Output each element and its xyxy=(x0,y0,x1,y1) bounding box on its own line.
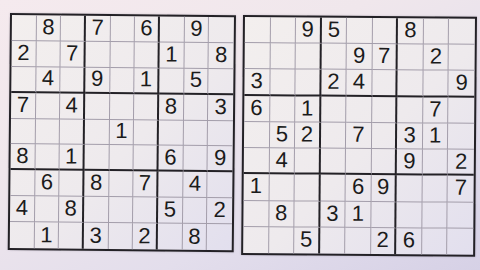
board-right-cell-r8c1 xyxy=(243,201,269,227)
board-right-cell-r2c9 xyxy=(449,45,475,71)
board-right-cell-r7c1: 1 xyxy=(244,174,270,200)
board-left-cell-r9c7 xyxy=(158,224,183,250)
board-left-cell-r1c7 xyxy=(160,16,185,42)
board-left-cell-r9c2: 1 xyxy=(34,222,59,248)
board-left-cell-r9c9 xyxy=(207,224,232,250)
board-right-cell-r2c1 xyxy=(245,43,271,69)
board-right-cell-r4c8: 7 xyxy=(423,97,449,123)
board-right-cell-r1c9 xyxy=(449,19,475,45)
board-right-cell-r2c4 xyxy=(321,44,347,70)
board-left-cell-r9c1 xyxy=(10,222,35,248)
board-right-cell-r2c5: 9 xyxy=(347,44,373,70)
board-right-cell-r8c8 xyxy=(422,202,448,228)
board-left-cell-r1c5 xyxy=(110,16,135,42)
board-right-cell-r1c7: 8 xyxy=(398,18,424,44)
board-left-cell-r2c9: 8 xyxy=(209,43,234,69)
board-right-cell-r9c7: 6 xyxy=(396,228,422,254)
board-left-cell-r4c9: 3 xyxy=(208,95,233,121)
board-left-cell-r3c4: 9 xyxy=(85,67,110,93)
board-left-cell-r8c9: 2 xyxy=(207,198,232,224)
board-right-cell-r8c7 xyxy=(397,202,423,228)
board-left-cell-r9c3 xyxy=(59,223,84,249)
board-left-cell-r5c5: 1 xyxy=(109,120,134,146)
board-left-cell-r3c1 xyxy=(11,67,36,93)
board-left-cell-r3c3 xyxy=(61,67,86,93)
board-left-cell-r1c8: 9 xyxy=(184,17,209,43)
board-left-cell-r8c6 xyxy=(133,197,158,223)
board-right-cell-r3c8 xyxy=(423,71,449,97)
board-left-cell-r1c3 xyxy=(61,15,86,41)
board-left-cell-r5c4 xyxy=(85,119,110,145)
board-right-cell-r7c3 xyxy=(295,175,321,201)
board-right-cell-r8c4: 3 xyxy=(320,201,346,227)
board-right-cell-r3c6 xyxy=(372,70,398,96)
board-left-cell-r2c1: 2 xyxy=(11,41,36,67)
board-left-cell-r8c8 xyxy=(183,198,208,224)
board-right-cell-r7c7 xyxy=(397,176,423,202)
board-right-cell-r6c4 xyxy=(320,149,346,175)
board-right-cell-r3c9: 9 xyxy=(449,71,475,97)
board-left-cell-r3c7 xyxy=(159,68,184,94)
board-right-cell-r8c2: 8 xyxy=(269,201,295,227)
board-right-cell-r1c8 xyxy=(424,18,450,44)
board-right-cell-r1c6 xyxy=(373,18,399,44)
board-right-cell-r1c2 xyxy=(270,17,296,43)
board-left-cell-r4c3: 4 xyxy=(60,93,85,119)
board-right-cell-r6c7: 9 xyxy=(397,149,423,175)
board-right-cell-r3c5: 4 xyxy=(347,70,373,96)
board-right-cell-r7c4 xyxy=(320,175,346,201)
board-left-cell-r4c8 xyxy=(184,94,209,120)
board-left-cell-r9c8: 8 xyxy=(182,224,207,250)
board-right-cell-r2c6: 7 xyxy=(372,44,398,70)
sudoku-board-left: 876927184915748318169687448521328 xyxy=(8,13,236,252)
board-left-cell-r7c1 xyxy=(10,170,35,196)
board-left-cell-r3c5 xyxy=(110,68,135,94)
board-left-cell-r5c6 xyxy=(134,120,159,146)
board-left-cell-r6c1: 8 xyxy=(10,144,35,170)
board-right-cell-r7c8 xyxy=(422,176,448,202)
board-right-cell-r5c1 xyxy=(244,122,270,148)
board-left-cell-r6c9: 9 xyxy=(208,146,233,172)
board-right-cell-r4c6 xyxy=(372,97,398,123)
board-right-cell-r6c8 xyxy=(423,150,449,176)
board-left-cell-r7c2: 6 xyxy=(35,171,60,197)
board-right-cell-r9c9 xyxy=(448,228,474,254)
board-left-cell-r2c3: 7 xyxy=(61,41,86,67)
board-right-cell-r2c7 xyxy=(398,44,424,70)
board-left-cell-r5c9 xyxy=(208,120,233,146)
board-left-cell-r4c7: 8 xyxy=(159,94,184,120)
board-left-cell-r2c5 xyxy=(110,42,135,68)
board-left-cell-r3c8: 5 xyxy=(184,68,209,94)
board-right-cell-r5c4 xyxy=(321,122,347,148)
board-right-cell-r9c1 xyxy=(243,227,269,253)
board-left-cell-r7c9 xyxy=(208,172,233,198)
board-right-cell-r2c2 xyxy=(270,43,296,69)
board-right-cell-r3c2 xyxy=(270,70,296,96)
board-left-cell-r2c8 xyxy=(184,43,209,69)
board-right-cell-r5c2: 5 xyxy=(270,122,296,148)
board-right-cell-r4c9 xyxy=(449,97,475,123)
board-right-cell-r5c8: 1 xyxy=(423,123,449,149)
board-right-cell-r5c7: 3 xyxy=(397,123,423,149)
board-right-cell-r4c5 xyxy=(346,96,372,122)
board-right-cell-r3c1: 3 xyxy=(244,69,270,95)
board-left-cell-r4c2 xyxy=(36,93,61,119)
board-right-cell-r7c5: 6 xyxy=(346,175,372,201)
board-right-cell-r3c4: 2 xyxy=(321,70,347,96)
board-left-cell-r3c2: 4 xyxy=(36,67,61,93)
board-right-cell-r1c1 xyxy=(245,17,271,43)
board-left-cell-r6c3: 1 xyxy=(60,145,85,171)
board-left-cell-r7c8: 4 xyxy=(183,172,208,198)
board-left-cell-r3c6: 1 xyxy=(135,68,160,94)
board-left-cell-r8c5 xyxy=(109,197,134,223)
board-right-cell-r6c3 xyxy=(295,149,321,175)
board-right-cell-r2c3 xyxy=(296,44,322,70)
board-left-cell-r2c6 xyxy=(135,42,160,68)
board-left-cell-r1c1 xyxy=(12,15,37,41)
board-right-cell-r5c3: 2 xyxy=(295,122,321,148)
board-left-cell-r5c8 xyxy=(183,120,208,146)
board-right-cell-r6c6 xyxy=(372,149,398,175)
board-left-cell-r9c4: 3 xyxy=(84,223,109,249)
board-left-cell-r8c4 xyxy=(84,197,109,223)
board-left-cell-r9c6: 2 xyxy=(133,223,158,249)
board-right-cell-r9c8 xyxy=(422,228,448,254)
board-left-cell-r9c5 xyxy=(108,223,133,249)
board-right-cell-r5c6 xyxy=(372,123,398,149)
board-left-cell-r8c1: 4 xyxy=(10,196,35,222)
board-right-cell-r1c4: 5 xyxy=(321,18,347,44)
board-left-cell-r7c4: 8 xyxy=(84,171,109,197)
board-right-cell-r4c2 xyxy=(270,96,296,122)
board-right-cell-r8c9 xyxy=(448,202,474,228)
board-left-cell-r2c4 xyxy=(85,42,110,68)
board-right-cell-r1c3: 9 xyxy=(296,17,322,43)
board-left-cell-r2c7: 1 xyxy=(159,42,184,68)
board-left-cell-r6c2 xyxy=(35,145,60,171)
board-left-cell-r1c9 xyxy=(209,17,234,43)
board-left-cell-r5c3 xyxy=(60,119,85,145)
board-left-cell-r3c9 xyxy=(209,69,234,95)
board-right-cell-r3c3 xyxy=(295,70,321,96)
board-left-cell-r5c1 xyxy=(11,119,36,145)
board-left-cell-r4c6 xyxy=(134,94,159,120)
board-right-cell-r4c4 xyxy=(321,96,347,122)
board-left-cell-r5c2 xyxy=(35,119,60,145)
board-left-cell-r4c4 xyxy=(85,93,110,119)
board-right-cell-r6c9: 2 xyxy=(448,150,474,176)
board-left-cell-r6c8 xyxy=(183,146,208,172)
board-left-cell-r7c3 xyxy=(60,171,85,197)
board-right-cell-r1c5 xyxy=(347,18,373,44)
board-left-cell-r6c5 xyxy=(109,145,134,171)
board-right-cell-r7c6: 9 xyxy=(371,175,397,201)
board-left-cell-r4c1: 7 xyxy=(11,93,36,119)
board-right-cell-r8c3 xyxy=(294,201,320,227)
board-left-cell-r7c6: 7 xyxy=(134,172,159,198)
board-right-cell-r8c6 xyxy=(371,202,397,228)
board-right-cell-r4c3: 1 xyxy=(295,96,321,122)
board-right-cell-r9c5 xyxy=(345,228,371,254)
board-left-cell-r4c5 xyxy=(110,94,135,120)
board-right-cell-r9c2 xyxy=(269,227,295,253)
board-left-cell-r1c2: 8 xyxy=(36,15,61,41)
board-right-cell-r6c1 xyxy=(244,148,270,174)
board-right-cell-r2c8: 2 xyxy=(423,45,449,71)
board-left-cell-r6c6 xyxy=(134,146,159,172)
board-right-cell-r6c5 xyxy=(346,149,372,175)
board-right-cell-r7c2 xyxy=(269,175,295,201)
board-left-cell-r6c7: 6 xyxy=(158,146,183,172)
board-right-cell-r5c5: 7 xyxy=(346,123,372,149)
board-left-cell-r2c2 xyxy=(36,41,61,67)
board-right-cell-r4c1: 6 xyxy=(244,96,270,122)
board-left-cell-r1c4: 7 xyxy=(86,16,111,42)
board-right-cell-r8c5: 1 xyxy=(346,201,372,227)
board-left-cell-r1c6: 6 xyxy=(135,16,160,42)
board-right-cell-r7c9: 7 xyxy=(448,176,474,202)
board-left-cell-r8c2 xyxy=(35,196,60,222)
board-left-cell-r8c7: 5 xyxy=(158,198,183,224)
board-right-cell-r3c7 xyxy=(398,71,424,97)
board-right-cell-r6c2: 4 xyxy=(269,148,295,174)
board-right-cell-r5c9 xyxy=(448,123,474,149)
board-left-cell-r5c7 xyxy=(159,120,184,146)
board-left-cell-r7c5 xyxy=(109,171,134,197)
board-right-cell-r4c7 xyxy=(397,97,423,123)
sudoku-board-right: 9589723249617527314921697831526 xyxy=(241,15,477,257)
board-right-cell-r9c3: 5 xyxy=(294,227,320,253)
board-left-cell-r8c3: 8 xyxy=(59,197,84,223)
board-right-cell-r9c4 xyxy=(320,227,346,253)
board-left-cell-r6c4 xyxy=(84,145,109,171)
board-right-cell-r9c6: 2 xyxy=(371,228,397,254)
board-left-cell-r7c7 xyxy=(158,172,183,198)
